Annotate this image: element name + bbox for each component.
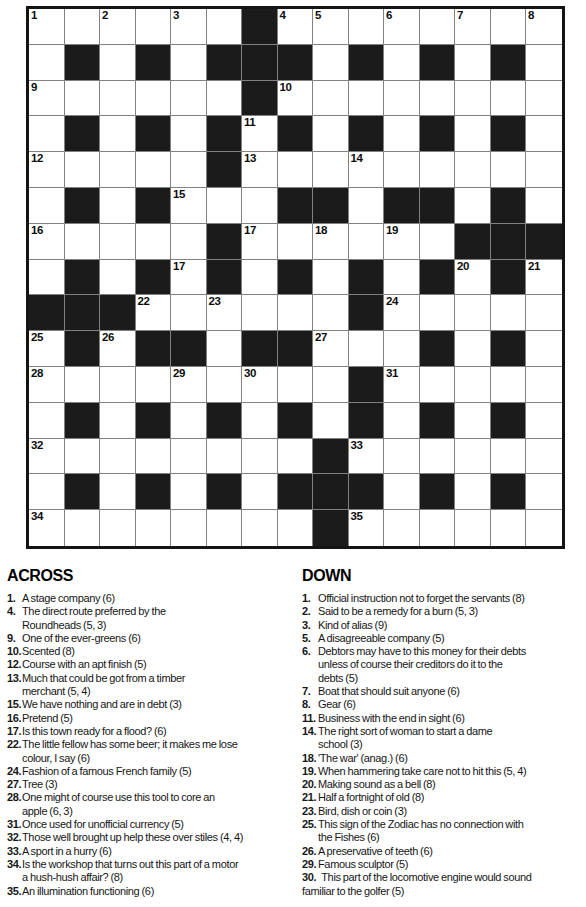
clue-number: 31 bbox=[386, 367, 398, 380]
white-cell[interactable] bbox=[171, 295, 207, 331]
white-cell[interactable] bbox=[526, 367, 562, 403]
clue-text: Bird, dish or coin (3) bbox=[318, 805, 407, 818]
white-cell[interactable] bbox=[100, 45, 136, 81]
white-cell[interactable] bbox=[136, 367, 172, 403]
white-cell[interactable] bbox=[29, 403, 65, 439]
clue-number-label: 19. bbox=[302, 765, 318, 778]
clue: 4.The direct route preferred by theRound… bbox=[7, 605, 298, 632]
white-cell[interactable]: 15 bbox=[171, 188, 207, 224]
white-cell[interactable]: 21 bbox=[526, 260, 562, 296]
white-cell[interactable]: 1 bbox=[29, 9, 65, 45]
black-cell bbox=[242, 45, 278, 81]
white-cell[interactable] bbox=[278, 510, 314, 546]
white-cell[interactable] bbox=[29, 260, 65, 296]
clue-text: A stage company (6) bbox=[22, 592, 115, 605]
white-cell[interactable]: 7 bbox=[455, 9, 491, 45]
white-cell[interactable] bbox=[384, 116, 420, 152]
clue-number-label: 23. bbox=[302, 805, 318, 818]
black-cell bbox=[420, 260, 456, 296]
white-cell[interactable] bbox=[455, 295, 491, 331]
white-cell[interactable] bbox=[420, 295, 456, 331]
clue-number: 3 bbox=[173, 9, 179, 22]
white-cell[interactable] bbox=[455, 367, 491, 403]
black-cell bbox=[136, 260, 172, 296]
white-cell[interactable] bbox=[491, 295, 527, 331]
clue: 20.Making sound as a bell (8) bbox=[302, 778, 584, 791]
white-cell[interactable]: 12 bbox=[29, 152, 65, 188]
white-cell[interactable]: 35 bbox=[349, 510, 385, 546]
black-cell bbox=[420, 474, 456, 510]
clue-text: Making sound as a bell (8) bbox=[318, 778, 435, 791]
white-cell[interactable] bbox=[455, 45, 491, 81]
white-cell[interactable] bbox=[420, 81, 456, 117]
white-cell[interactable] bbox=[384, 403, 420, 439]
black-cell bbox=[136, 403, 172, 439]
clue-number-label: 17. bbox=[7, 725, 22, 738]
white-cell[interactable]: 19 bbox=[384, 224, 420, 260]
white-cell[interactable] bbox=[526, 474, 562, 510]
black-cell bbox=[207, 45, 243, 81]
white-cell[interactable] bbox=[207, 188, 243, 224]
white-cell[interactable] bbox=[207, 367, 243, 403]
clue: 22.The little fellow has some beer; it m… bbox=[7, 738, 298, 765]
white-cell[interactable] bbox=[420, 367, 456, 403]
white-cell[interactable] bbox=[65, 9, 101, 45]
clue: 11.Business with the end in sight (6) bbox=[302, 712, 584, 725]
white-cell[interactable]: 8 bbox=[526, 9, 562, 45]
white-cell[interactable] bbox=[526, 510, 562, 546]
white-cell[interactable] bbox=[455, 152, 491, 188]
black-cell bbox=[349, 295, 385, 331]
white-cell[interactable] bbox=[100, 116, 136, 152]
black-cell bbox=[278, 188, 314, 224]
black-cell bbox=[420, 403, 456, 439]
white-cell[interactable]: 5 bbox=[313, 9, 349, 45]
white-cell[interactable]: 6 bbox=[384, 9, 420, 45]
clue: 34.Is the workshop that turns out this p… bbox=[7, 858, 298, 885]
white-cell[interactable] bbox=[171, 474, 207, 510]
black-cell bbox=[65, 188, 101, 224]
crossword-page: { "game": "crossword", "board": { "rows"… bbox=[0, 0, 586, 907]
white-cell[interactable] bbox=[455, 81, 491, 117]
white-cell[interactable] bbox=[313, 81, 349, 117]
white-cell[interactable] bbox=[420, 224, 456, 260]
white-cell[interactable] bbox=[349, 224, 385, 260]
white-cell[interactable] bbox=[136, 510, 172, 546]
white-cell[interactable] bbox=[349, 188, 385, 224]
white-cell[interactable] bbox=[171, 152, 207, 188]
clue: 13.Much that could be got from a timberm… bbox=[7, 672, 298, 699]
white-cell[interactable] bbox=[313, 116, 349, 152]
clue-number: 14 bbox=[351, 152, 363, 165]
clue-number-label: 10. bbox=[7, 645, 22, 658]
white-cell[interactable] bbox=[349, 81, 385, 117]
white-cell[interactable] bbox=[491, 152, 527, 188]
black-cell bbox=[491, 260, 527, 296]
white-cell[interactable] bbox=[207, 439, 243, 475]
white-cell[interactable] bbox=[242, 474, 278, 510]
black-cell bbox=[420, 331, 456, 367]
black-cell bbox=[384, 188, 420, 224]
clue-number-label: 34. bbox=[7, 858, 22, 885]
clue-number-label: 3. bbox=[302, 619, 318, 632]
black-cell bbox=[136, 474, 172, 510]
white-cell[interactable]: 17 bbox=[171, 260, 207, 296]
white-cell[interactable] bbox=[136, 224, 172, 260]
clue-number-label: 26. bbox=[302, 845, 318, 858]
white-cell[interactable] bbox=[526, 188, 562, 224]
black-cell bbox=[136, 331, 172, 367]
clue: 10.Scented (8) bbox=[7, 645, 298, 658]
clue-number: 19 bbox=[386, 224, 398, 237]
clue: 19.When hammering take care not to hit t… bbox=[302, 765, 584, 778]
white-cell[interactable] bbox=[313, 152, 349, 188]
clue: 33.A sport in a hurry (6) bbox=[7, 845, 298, 858]
black-cell bbox=[207, 403, 243, 439]
white-cell[interactable] bbox=[349, 9, 385, 45]
clue-text: The little fellow has some beer; it make… bbox=[22, 738, 238, 765]
white-cell[interactable]: 33 bbox=[349, 439, 385, 475]
black-cell bbox=[242, 9, 278, 45]
white-cell[interactable]: 18 bbox=[313, 224, 349, 260]
white-cell[interactable] bbox=[136, 439, 172, 475]
clue: 15.We have nothing and are in debt (3) bbox=[7, 698, 298, 711]
clue: 29.Famous sculptor (5) bbox=[302, 858, 584, 871]
white-cell[interactable] bbox=[207, 510, 243, 546]
white-cell[interactable] bbox=[207, 331, 243, 367]
clue-number-label: 6. bbox=[302, 645, 318, 685]
white-cell[interactable]: 20 bbox=[455, 260, 491, 296]
white-cell[interactable]: 2 bbox=[100, 9, 136, 45]
white-cell[interactable] bbox=[455, 474, 491, 510]
clue-number: 18 bbox=[315, 224, 327, 237]
white-cell[interactable] bbox=[29, 188, 65, 224]
white-cell[interactable] bbox=[526, 152, 562, 188]
white-cell[interactable]: 13 bbox=[242, 152, 278, 188]
white-cell[interactable] bbox=[242, 439, 278, 475]
white-cell[interactable] bbox=[491, 9, 527, 45]
white-cell[interactable] bbox=[384, 81, 420, 117]
white-cell[interactable] bbox=[491, 367, 527, 403]
clue-number-label: 7. bbox=[302, 685, 318, 698]
clue-number: 4 bbox=[280, 9, 286, 22]
clue-number: 24 bbox=[386, 295, 398, 308]
black-cell bbox=[349, 403, 385, 439]
white-cell[interactable]: 25 bbox=[29, 331, 65, 367]
white-cell[interactable]: 16 bbox=[29, 224, 65, 260]
white-cell[interactable] bbox=[278, 224, 314, 260]
black-cell bbox=[526, 224, 562, 260]
white-cell[interactable] bbox=[526, 439, 562, 475]
white-cell[interactable]: 31 bbox=[384, 367, 420, 403]
white-cell[interactable] bbox=[384, 439, 420, 475]
white-cell[interactable] bbox=[278, 295, 314, 331]
white-cell[interactable]: 10 bbox=[278, 81, 314, 117]
clue: 26.A preservative of teeth (6) bbox=[302, 845, 584, 858]
white-cell[interactable] bbox=[65, 152, 101, 188]
clue-text: A sport in a hurry (6) bbox=[22, 845, 111, 858]
white-cell[interactable] bbox=[526, 403, 562, 439]
white-cell[interactable]: 29 bbox=[171, 367, 207, 403]
white-cell[interactable] bbox=[526, 116, 562, 152]
white-cell[interactable] bbox=[455, 188, 491, 224]
clue-number: 7 bbox=[457, 9, 463, 22]
white-cell[interactable] bbox=[100, 81, 136, 117]
white-cell[interactable]: 3 bbox=[171, 9, 207, 45]
white-cell[interactable] bbox=[313, 260, 349, 296]
clue-text: Pretend (5) bbox=[22, 712, 73, 725]
clue-number: 9 bbox=[31, 81, 37, 94]
clue-number-label: 21. bbox=[302, 791, 318, 804]
white-cell[interactable] bbox=[455, 439, 491, 475]
clue-text: A disagreeable company (5) bbox=[318, 632, 444, 645]
clue: 1.A stage company (6) bbox=[7, 592, 298, 605]
white-cell[interactable] bbox=[420, 510, 456, 546]
white-cell[interactable] bbox=[65, 224, 101, 260]
white-cell[interactable]: 30 bbox=[242, 367, 278, 403]
clue: 31.Once used for unofficial currency (5) bbox=[7, 818, 298, 831]
clue-number-label: 1. bbox=[7, 592, 22, 605]
clue: 28.One might of course use this tool to … bbox=[7, 791, 298, 818]
white-cell[interactable] bbox=[100, 510, 136, 546]
white-cell[interactable] bbox=[349, 331, 385, 367]
black-cell bbox=[313, 474, 349, 510]
black-cell bbox=[278, 474, 314, 510]
white-cell[interactable]: 17 bbox=[242, 224, 278, 260]
black-cell bbox=[65, 403, 101, 439]
clue-number-label: 4. bbox=[7, 605, 22, 632]
clue-text: When hammering take care not to hit this… bbox=[318, 765, 526, 778]
clue-number: 10 bbox=[280, 81, 292, 94]
white-cell[interactable] bbox=[29, 474, 65, 510]
white-cell[interactable] bbox=[455, 116, 491, 152]
white-cell[interactable]: 9 bbox=[29, 81, 65, 117]
clue-number: 13 bbox=[244, 152, 256, 165]
white-cell[interactable] bbox=[313, 45, 349, 81]
black-cell bbox=[491, 45, 527, 81]
white-cell[interactable] bbox=[526, 81, 562, 117]
black-cell bbox=[207, 152, 243, 188]
clue-number: 23 bbox=[209, 295, 221, 308]
black-cell bbox=[136, 45, 172, 81]
clue-text: Gear (6) bbox=[318, 698, 356, 711]
white-cell[interactable] bbox=[313, 367, 349, 403]
down-heading: DOWN bbox=[302, 568, 584, 584]
clue: 25.This sign of the Zodiac has no connec… bbox=[302, 818, 584, 845]
white-cell[interactable] bbox=[278, 439, 314, 475]
white-cell[interactable]: 28 bbox=[29, 367, 65, 403]
white-cell[interactable] bbox=[384, 45, 420, 81]
white-cell[interactable] bbox=[491, 439, 527, 475]
clue: 8.Gear (6) bbox=[302, 698, 584, 711]
black-cell bbox=[136, 188, 172, 224]
white-cell[interactable] bbox=[100, 152, 136, 188]
clue-number-label: 25. bbox=[302, 818, 318, 845]
clue-text: Business with the end in sight (6) bbox=[318, 712, 465, 725]
white-cell[interactable] bbox=[207, 9, 243, 45]
clue: 23.Bird, dish or coin (3) bbox=[302, 805, 584, 818]
clue-number-label: 11. bbox=[302, 712, 318, 725]
clue: 21.Half a fortnight of old (8) bbox=[302, 791, 584, 804]
black-cell bbox=[349, 474, 385, 510]
clue-number-label: 2. bbox=[302, 605, 318, 618]
white-cell[interactable] bbox=[455, 510, 491, 546]
clue-text: We have nothing and are in debt (3) bbox=[22, 698, 182, 711]
clue-number: 34 bbox=[31, 510, 43, 523]
clue: 7.Boat that should suit anyone (6) bbox=[302, 685, 584, 698]
clue-text: Tree (3) bbox=[22, 778, 57, 791]
white-cell[interactable] bbox=[171, 45, 207, 81]
clue-number: 33 bbox=[351, 439, 363, 452]
white-cell[interactable] bbox=[171, 403, 207, 439]
black-cell bbox=[313, 439, 349, 475]
clue: 14.The right sort of woman to start a da… bbox=[302, 725, 584, 752]
black-cell bbox=[65, 260, 101, 296]
clue-number-label: 8. bbox=[302, 698, 318, 711]
white-cell[interactable] bbox=[420, 439, 456, 475]
white-cell[interactable] bbox=[171, 510, 207, 546]
down-clue-list: 1.Official instruction not to forget the… bbox=[302, 592, 584, 898]
white-cell[interactable] bbox=[136, 152, 172, 188]
across-heading: ACROSS bbox=[7, 568, 298, 584]
black-cell bbox=[491, 188, 527, 224]
black-cell bbox=[313, 510, 349, 546]
white-cell[interactable]: 4 bbox=[278, 9, 314, 45]
clue-number-label: 16. bbox=[7, 712, 22, 725]
clue-number-label: 31. bbox=[7, 818, 22, 831]
black-cell bbox=[278, 403, 314, 439]
white-cell[interactable]: 26 bbox=[100, 331, 136, 367]
white-cell[interactable] bbox=[278, 367, 314, 403]
clue-number-label: 13. bbox=[7, 672, 22, 699]
white-cell[interactable] bbox=[242, 260, 278, 296]
clue-text: Is this town ready for a flood? (6) bbox=[22, 725, 166, 738]
white-cell[interactable] bbox=[171, 81, 207, 117]
clue-text: Course with an apt finish (5) bbox=[22, 658, 146, 671]
black-cell bbox=[491, 224, 527, 260]
white-cell[interactable] bbox=[526, 45, 562, 81]
white-cell[interactable] bbox=[29, 45, 65, 81]
white-cell[interactable] bbox=[420, 9, 456, 45]
clue-number-label: 29. bbox=[302, 858, 318, 871]
white-cell[interactable]: 34 bbox=[29, 510, 65, 546]
clue-text: Is the workshop that turns out this part… bbox=[22, 858, 238, 885]
black-cell bbox=[455, 224, 491, 260]
white-cell[interactable] bbox=[455, 331, 491, 367]
black-cell bbox=[242, 81, 278, 117]
black-cell bbox=[171, 331, 207, 367]
white-cell[interactable] bbox=[171, 439, 207, 475]
white-cell[interactable] bbox=[65, 81, 101, 117]
white-cell[interactable] bbox=[491, 510, 527, 546]
clue: 18.'The war' (anag.) (6) bbox=[302, 752, 584, 765]
black-cell bbox=[349, 367, 385, 403]
clue: 12.Course with an apt finish (5) bbox=[7, 658, 298, 671]
white-cell[interactable] bbox=[242, 510, 278, 546]
white-cell[interactable] bbox=[242, 403, 278, 439]
white-cell[interactable] bbox=[384, 260, 420, 296]
clue-number-label: 20. bbox=[302, 778, 318, 791]
clue-text: 'The war' (anag.) (6) bbox=[318, 752, 408, 765]
white-cell[interactable]: 11 bbox=[242, 116, 278, 152]
clue-number-label: 32. bbox=[7, 831, 22, 844]
clue-number: 11 bbox=[244, 116, 255, 129]
white-cell[interactable] bbox=[242, 295, 278, 331]
clue: 2.Said to be a remedy for a burn (5, 3) bbox=[302, 605, 584, 618]
black-cell bbox=[207, 474, 243, 510]
black-cell bbox=[349, 260, 385, 296]
white-cell[interactable] bbox=[171, 224, 207, 260]
white-cell[interactable] bbox=[207, 81, 243, 117]
white-cell[interactable] bbox=[136, 81, 172, 117]
white-cell[interactable] bbox=[455, 403, 491, 439]
white-cell[interactable] bbox=[65, 367, 101, 403]
white-cell[interactable] bbox=[384, 510, 420, 546]
white-cell[interactable] bbox=[278, 152, 314, 188]
white-cell[interactable] bbox=[100, 224, 136, 260]
black-cell bbox=[242, 331, 278, 367]
clue-text: Much that could be got from a timbermerc… bbox=[22, 672, 185, 699]
white-cell[interactable] bbox=[526, 331, 562, 367]
white-cell[interactable] bbox=[420, 152, 456, 188]
white-cell[interactable] bbox=[313, 295, 349, 331]
white-cell[interactable]: 32 bbox=[29, 439, 65, 475]
clue-number: 6 bbox=[386, 9, 392, 22]
clue-text: Boat that should suit anyone (6) bbox=[318, 685, 460, 698]
white-cell[interactable] bbox=[171, 116, 207, 152]
white-cell[interactable] bbox=[100, 403, 136, 439]
white-cell[interactable] bbox=[100, 260, 136, 296]
clue-number-label: 22. bbox=[7, 738, 22, 765]
clue-number: 12 bbox=[31, 152, 43, 165]
across-clues: ACROSS 1.A stage company (6)4.The direct… bbox=[7, 568, 298, 898]
white-cell[interactable] bbox=[136, 9, 172, 45]
across-clue-list: 1.A stage company (6)4.The direct route … bbox=[7, 592, 298, 898]
clue: 1.Official instruction not to forget the… bbox=[302, 592, 584, 605]
white-cell[interactable] bbox=[100, 439, 136, 475]
white-cell[interactable] bbox=[384, 474, 420, 510]
clue-number-label: 15. bbox=[7, 698, 22, 711]
black-cell bbox=[65, 331, 101, 367]
white-cell[interactable] bbox=[65, 439, 101, 475]
white-cell[interactable] bbox=[29, 116, 65, 152]
white-cell[interactable] bbox=[65, 510, 101, 546]
black-cell bbox=[491, 403, 527, 439]
black-cell bbox=[313, 188, 349, 224]
white-cell[interactable] bbox=[100, 474, 136, 510]
white-cell[interactable] bbox=[242, 188, 278, 224]
white-cell[interactable]: 14 bbox=[349, 152, 385, 188]
white-cell[interactable]: 22 bbox=[136, 295, 172, 331]
white-cell[interactable] bbox=[384, 331, 420, 367]
clue: 5.A disagreeable company (5) bbox=[302, 632, 584, 645]
white-cell[interactable] bbox=[313, 403, 349, 439]
white-cell[interactable] bbox=[526, 295, 562, 331]
white-cell[interactable] bbox=[100, 188, 136, 224]
white-cell[interactable] bbox=[491, 81, 527, 117]
black-cell bbox=[207, 224, 243, 260]
white-cell[interactable]: 27 bbox=[313, 331, 349, 367]
black-cell bbox=[65, 45, 101, 81]
white-cell[interactable] bbox=[384, 152, 420, 188]
white-cell[interactable]: 23 bbox=[207, 295, 243, 331]
clue: 24.Fashion of a famous French family (5) bbox=[7, 765, 298, 778]
white-cell[interactable]: 24 bbox=[384, 295, 420, 331]
clue: 30.This part of the locomotive engine wo… bbox=[302, 871, 584, 898]
white-cell[interactable] bbox=[100, 367, 136, 403]
black-cell bbox=[278, 116, 314, 152]
clue-number: 29 bbox=[173, 367, 185, 380]
